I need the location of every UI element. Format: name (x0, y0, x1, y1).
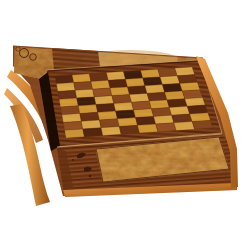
square-h6 (180, 82, 200, 91)
square-d6 (110, 87, 129, 96)
square-a7 (56, 83, 75, 92)
square-g2 (172, 114, 193, 123)
square-f3 (151, 108, 171, 117)
square-d1 (119, 125, 139, 134)
square-d8 (106, 72, 125, 81)
square-b7 (74, 82, 93, 91)
chess-board (55, 67, 213, 138)
square-a3 (62, 114, 81, 123)
square-e4 (132, 101, 152, 110)
square-h4 (185, 98, 205, 107)
square-d2 (117, 118, 137, 127)
square-d5 (112, 95, 132, 104)
square-b2 (81, 120, 101, 129)
square-g5 (165, 91, 185, 100)
square-h8 (175, 67, 195, 76)
square-c8 (89, 73, 108, 82)
square-f1 (156, 123, 177, 132)
square-c1 (101, 127, 121, 136)
square-g6 (162, 83, 182, 92)
square-a4 (61, 106, 80, 115)
square-a8 (55, 75, 74, 84)
square-b3 (80, 112, 100, 121)
square-c3 (98, 111, 118, 120)
photo-canvas (0, 0, 250, 250)
square-c2 (99, 119, 119, 128)
square-b8 (72, 74, 91, 83)
marquetry-inlay-dot-1 (72, 159, 74, 161)
square-g4 (167, 99, 187, 108)
square-a5 (59, 98, 78, 107)
square-h5 (182, 90, 202, 99)
square-g1 (174, 122, 195, 131)
square-a1 (65, 129, 85, 138)
square-c5 (94, 96, 114, 105)
square-b1 (83, 128, 103, 137)
square-g3 (169, 106, 189, 115)
chess-table-photo (0, 0, 250, 250)
square-d7 (108, 79, 127, 88)
square-b5 (77, 97, 96, 106)
square-f8 (141, 69, 161, 78)
square-h7 (177, 75, 197, 84)
square-f2 (154, 115, 174, 124)
square-f6 (145, 85, 165, 94)
square-f5 (147, 92, 167, 101)
square-e6 (128, 86, 148, 95)
square-a2 (63, 121, 83, 130)
square-b6 (75, 89, 94, 98)
square-d4 (114, 102, 134, 111)
square-h2 (190, 113, 211, 122)
square-g8 (158, 68, 178, 77)
square-f7 (143, 77, 163, 86)
square-e3 (134, 109, 154, 118)
square-f4 (149, 100, 169, 109)
square-h3 (187, 105, 208, 114)
square-h1 (192, 120, 213, 129)
square-e2 (136, 116, 156, 125)
square-c4 (96, 103, 116, 112)
marquetry-inlay-dot-2 (89, 175, 91, 177)
square-b4 (78, 105, 97, 114)
square-a6 (58, 90, 77, 99)
square-e7 (126, 78, 145, 87)
square-e5 (130, 93, 150, 102)
square-e8 (124, 70, 143, 79)
square-e1 (138, 124, 158, 133)
square-c7 (91, 80, 110, 89)
square-g7 (160, 76, 180, 85)
square-d3 (116, 110, 136, 119)
square-c6 (93, 88, 112, 97)
